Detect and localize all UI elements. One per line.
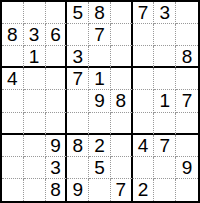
cell-r8c2[interactable] (24, 157, 46, 179)
cell-r6c6[interactable] (111, 113, 133, 135)
cell-r2c6[interactable] (111, 24, 133, 46)
cell-r4c8[interactable] (154, 68, 176, 90)
cell-r5c3[interactable] (46, 90, 68, 112)
cell-r4c3[interactable] (46, 68, 68, 90)
cell-r4c9[interactable] (176, 68, 198, 90)
cell-r2c7[interactable] (133, 24, 155, 46)
cell-r5c5[interactable]: 9 (89, 90, 111, 112)
cell-r5c7[interactable] (133, 90, 155, 112)
cell-r1c4[interactable]: 5 (67, 2, 89, 24)
cell-r2c4[interactable] (67, 24, 89, 46)
cell-r3c9[interactable]: 8 (176, 46, 198, 68)
cell-r2c5[interactable]: 7 (89, 24, 111, 46)
cell-r9c3[interactable]: 8 (46, 179, 68, 201)
cell-r3c4[interactable]: 3 (67, 46, 89, 68)
cell-r1c5[interactable]: 8 (89, 2, 111, 24)
cell-r1c8[interactable]: 3 (154, 2, 176, 24)
cell-r7c3[interactable]: 9 (46, 135, 68, 157)
cell-r5c8[interactable]: 1 (154, 90, 176, 112)
cell-r1c1[interactable] (2, 2, 24, 24)
cell-r6c1[interactable] (2, 113, 24, 135)
cell-r4c7[interactable] (133, 68, 155, 90)
cell-r3c8[interactable] (154, 46, 176, 68)
cell-r7c1[interactable] (2, 135, 24, 157)
cell-r1c7[interactable]: 7 (133, 2, 155, 24)
cell-r6c2[interactable] (24, 113, 46, 135)
cell-r9c2[interactable] (24, 179, 46, 201)
cell-r7c5[interactable]: 2 (89, 135, 111, 157)
cell-r7c9[interactable] (176, 135, 198, 157)
cell-r8c5[interactable]: 5 (89, 157, 111, 179)
cell-r8c1[interactable] (2, 157, 24, 179)
cell-r5c9[interactable]: 7 (176, 90, 198, 112)
cell-r4c2[interactable] (24, 68, 46, 90)
cell-r6c7[interactable] (133, 113, 155, 135)
cell-r9c5[interactable] (89, 179, 111, 201)
cell-r8c8[interactable] (154, 157, 176, 179)
cell-r9c6[interactable]: 7 (111, 179, 133, 201)
cell-r6c9[interactable] (176, 113, 198, 135)
cell-r9c8[interactable] (154, 179, 176, 201)
cell-r3c2[interactable]: 1 (24, 46, 46, 68)
cell-r2c2[interactable]: 3 (24, 24, 46, 46)
cell-r9c1[interactable] (2, 179, 24, 201)
cell-r5c4[interactable] (67, 90, 89, 112)
cell-r3c6[interactable] (111, 46, 133, 68)
cell-r1c6[interactable] (111, 2, 133, 24)
cell-r8c6[interactable] (111, 157, 133, 179)
cell-r8c9[interactable]: 9 (176, 157, 198, 179)
cell-r2c9[interactable] (176, 24, 198, 46)
cell-r9c7[interactable]: 2 (133, 179, 155, 201)
cell-r4c4[interactable]: 7 (67, 68, 89, 90)
cell-r7c6[interactable] (111, 135, 133, 157)
cell-r8c7[interactable] (133, 157, 155, 179)
cell-r5c6[interactable]: 8 (111, 90, 133, 112)
cell-r3c5[interactable] (89, 46, 111, 68)
cell-r2c3[interactable]: 6 (46, 24, 68, 46)
cell-r5c2[interactable] (24, 90, 46, 112)
cell-r3c7[interactable] (133, 46, 155, 68)
cell-r4c6[interactable] (111, 68, 133, 90)
cell-r7c2[interactable] (24, 135, 46, 157)
cell-r7c7[interactable]: 4 (133, 135, 155, 157)
cell-r6c4[interactable] (67, 113, 89, 135)
cell-r1c3[interactable] (46, 2, 68, 24)
cell-r5c1[interactable] (2, 90, 24, 112)
cell-r9c9[interactable] (176, 179, 198, 201)
cell-r7c8[interactable]: 7 (154, 135, 176, 157)
cell-r6c8[interactable] (154, 113, 176, 135)
sudoku-board: 587383671384719817982473598972 (0, 0, 200, 203)
cell-r2c1[interactable]: 8 (2, 24, 24, 46)
cell-r8c3[interactable]: 3 (46, 157, 68, 179)
cell-r8c4[interactable] (67, 157, 89, 179)
cell-r3c3[interactable] (46, 46, 68, 68)
cell-r6c5[interactable] (89, 113, 111, 135)
cell-r2c8[interactable] (154, 24, 176, 46)
cell-r4c1[interactable]: 4 (2, 68, 24, 90)
cell-r1c9[interactable] (176, 2, 198, 24)
cell-r6c3[interactable] (46, 113, 68, 135)
cell-r3c1[interactable] (2, 46, 24, 68)
cell-r7c4[interactable]: 8 (67, 135, 89, 157)
cell-r1c2[interactable] (24, 2, 46, 24)
cell-r9c4[interactable]: 9 (67, 179, 89, 201)
cell-r4c5[interactable]: 1 (89, 68, 111, 90)
